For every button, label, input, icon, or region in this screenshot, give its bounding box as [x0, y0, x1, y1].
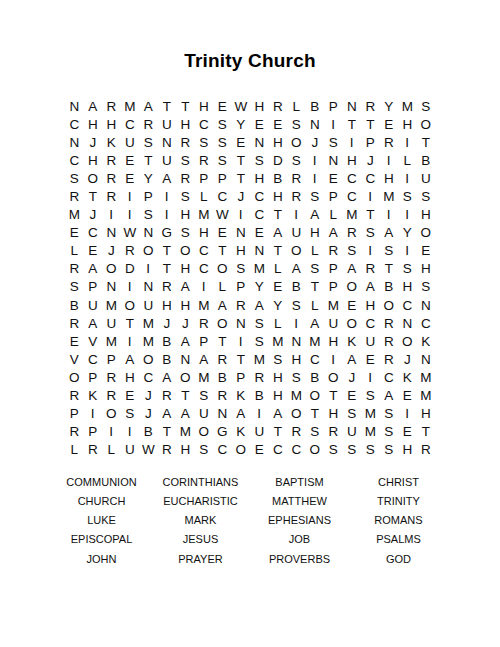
grid-cell-r11c6[interactable]: R	[158, 278, 177, 296]
grid-cell-r13c3[interactable]: U	[102, 314, 121, 332]
grid-cell-r8c10[interactable]: N	[232, 224, 251, 242]
grid-cell-r7c10[interactable]: I	[232, 206, 251, 224]
grid-cell-r9c15[interactable]: R	[324, 242, 343, 260]
grid-cell-r19c2[interactable]: P	[84, 423, 103, 441]
grid-cell-r16c8[interactable]: M	[195, 368, 214, 386]
grid-cell-r3c19[interactable]: I	[398, 133, 417, 151]
grid-cell-r20c2[interactable]: R	[84, 441, 103, 459]
grid-cell-r15c7[interactable]: N	[176, 350, 195, 368]
grid-cell-r10c7[interactable]: H	[176, 260, 195, 278]
grid-cell-r13c19[interactable]: N	[398, 314, 417, 332]
grid-cell-r4c12[interactable]: D	[269, 151, 288, 169]
grid-cell-r18c7[interactable]: A	[176, 405, 195, 423]
grid-cell-r3c11[interactable]: N	[250, 133, 269, 151]
grid-cell-r16c12[interactable]: H	[269, 368, 288, 386]
grid-cell-r9c13[interactable]: O	[287, 242, 306, 260]
grid-cell-r18c20[interactable]: H	[417, 405, 436, 423]
grid-cell-r11c2[interactable]: P	[84, 278, 103, 296]
grid-cell-r16c11[interactable]: R	[250, 368, 269, 386]
grid-cell-r19c5[interactable]: B	[139, 423, 158, 441]
grid-cell-r10c15[interactable]: P	[324, 260, 343, 278]
grid-cell-r17c9[interactable]: R	[213, 387, 232, 405]
grid-cell-r2c17[interactable]: T	[361, 115, 380, 133]
grid-cell-r15c17[interactable]: E	[361, 350, 380, 368]
grid-cell-r20c11[interactable]: E	[250, 441, 269, 459]
grid-cell-r9c14[interactable]: L	[306, 242, 325, 260]
grid-cell-r19c16[interactable]: U	[343, 423, 362, 441]
grid-cell-r1c17[interactable]: R	[361, 97, 380, 115]
grid-cell-r18c17[interactable]: M	[361, 405, 380, 423]
grid-cell-r12c20[interactable]: N	[417, 296, 436, 314]
grid-cell-r6c17[interactable]: I	[361, 187, 380, 205]
grid-cell-r16c19[interactable]: K	[398, 368, 417, 386]
grid-cell-r17c14[interactable]: O	[306, 387, 325, 405]
grid-cell-r7c11[interactable]: C	[250, 206, 269, 224]
grid-cell-r5c18[interactable]: H	[380, 169, 399, 187]
grid-cell-r3c9[interactable]: S	[213, 133, 232, 151]
grid-cell-r5c5[interactable]: Y	[139, 169, 158, 187]
grid-cell-r19c1[interactable]: R	[65, 423, 84, 441]
grid-cell-r9c4[interactable]: R	[121, 242, 140, 260]
grid-cell-r10c4[interactable]: D	[121, 260, 140, 278]
grid-cell-r7c12[interactable]: T	[269, 206, 288, 224]
grid-cell-r17c13[interactable]: M	[287, 387, 306, 405]
grid-cell-r18c2[interactable]: I	[84, 405, 103, 423]
grid-cell-r14c3[interactable]: M	[102, 332, 121, 350]
grid-cell-r3c18[interactable]: R	[380, 133, 399, 151]
grid-cell-r4c9[interactable]: S	[213, 151, 232, 169]
grid-cell-r20c14[interactable]: O	[306, 441, 325, 459]
grid-cell-r4c13[interactable]: S	[287, 151, 306, 169]
grid-cell-r11c11[interactable]: Y	[250, 278, 269, 296]
grid-cell-r3c10[interactable]: E	[232, 133, 251, 151]
grid-cell-r5c10[interactable]: T	[232, 169, 251, 187]
grid-cell-r13c5[interactable]: M	[139, 314, 158, 332]
grid-cell-r8c2[interactable]: C	[84, 224, 103, 242]
grid-cell-r18c18[interactable]: S	[380, 405, 399, 423]
grid-cell-r1c18[interactable]: Y	[380, 97, 399, 115]
grid-cell-r11c1[interactable]: S	[65, 278, 84, 296]
grid-cell-r8c6[interactable]: G	[158, 224, 177, 242]
grid-cell-r14c6[interactable]: B	[158, 332, 177, 350]
grid-cell-r19c20[interactable]: T	[417, 423, 436, 441]
grid-cell-r6c8[interactable]: L	[195, 187, 214, 205]
grid-cell-r6c13[interactable]: R	[287, 187, 306, 205]
grid-cell-r4c4[interactable]: E	[121, 151, 140, 169]
grid-cell-r14c17[interactable]: U	[361, 332, 380, 350]
grid-cell-r2c8[interactable]: C	[195, 115, 214, 133]
grid-cell-r16c9[interactable]: B	[213, 368, 232, 386]
grid-cell-r3c2[interactable]: J	[84, 133, 103, 151]
grid-cell-r3c1[interactable]: N	[65, 133, 84, 151]
grid-cell-r3c12[interactable]: H	[269, 133, 288, 151]
grid-cell-r2c6[interactable]: U	[158, 115, 177, 133]
grid-cell-r12c7[interactable]: H	[176, 296, 195, 314]
grid-cell-r8c5[interactable]: N	[139, 224, 158, 242]
grid-cell-r4c20[interactable]: B	[417, 151, 436, 169]
grid-cell-r5c12[interactable]: B	[269, 169, 288, 187]
grid-cell-r12c13[interactable]: S	[287, 296, 306, 314]
grid-cell-r5c3[interactable]: R	[102, 169, 121, 187]
grid-cell-r8c9[interactable]: E	[213, 224, 232, 242]
grid-cell-r7c14[interactable]: A	[306, 206, 325, 224]
grid-cell-r10c5[interactable]: I	[139, 260, 158, 278]
grid-cell-r14c19[interactable]: O	[398, 332, 417, 350]
grid-cell-r16c5[interactable]: C	[139, 368, 158, 386]
grid-cell-r12c8[interactable]: M	[195, 296, 214, 314]
grid-cell-r12c4[interactable]: O	[121, 296, 140, 314]
grid-cell-r13c1[interactable]: R	[65, 314, 84, 332]
grid-cell-r16c1[interactable]: O	[65, 368, 84, 386]
grid-cell-r20c12[interactable]: C	[269, 441, 288, 459]
grid-cell-r14c7[interactable]: A	[176, 332, 195, 350]
grid-cell-r5c15[interactable]: E	[324, 169, 343, 187]
grid-cell-r5c2[interactable]: O	[84, 169, 103, 187]
grid-cell-r5c17[interactable]: C	[361, 169, 380, 187]
grid-cell-r8c20[interactable]: O	[417, 224, 436, 242]
grid-cell-r7c7[interactable]: H	[176, 206, 195, 224]
grid-cell-r19c11[interactable]: U	[250, 423, 269, 441]
grid-cell-r10c10[interactable]: S	[232, 260, 251, 278]
grid-cell-r10c17[interactable]: R	[361, 260, 380, 278]
grid-cell-r12c12[interactable]: Y	[269, 296, 288, 314]
grid-cell-r17c12[interactable]: H	[269, 387, 288, 405]
grid-cell-r1c5[interactable]: A	[139, 97, 158, 115]
grid-cell-r7c17[interactable]: T	[361, 206, 380, 224]
grid-cell-r20c7[interactable]: H	[176, 441, 195, 459]
grid-cell-r13c16[interactable]: O	[343, 314, 362, 332]
grid-cell-r14c12[interactable]: M	[269, 332, 288, 350]
grid-cell-r14c11[interactable]: S	[250, 332, 269, 350]
grid-cell-r12c19[interactable]: C	[398, 296, 417, 314]
grid-cell-r7c13[interactable]: I	[287, 206, 306, 224]
grid-cell-r9c3[interactable]: J	[102, 242, 121, 260]
grid-cell-r3c4[interactable]: U	[121, 133, 140, 151]
grid-cell-r15c12[interactable]: S	[269, 350, 288, 368]
grid-cell-r16c3[interactable]: R	[102, 368, 121, 386]
grid-cell-r8c18[interactable]: A	[380, 224, 399, 242]
grid-cell-r11c4[interactable]: I	[121, 278, 140, 296]
grid-cell-r7c15[interactable]: L	[324, 206, 343, 224]
grid-cell-r6c10[interactable]: J	[232, 187, 251, 205]
grid-cell-r15c11[interactable]: M	[250, 350, 269, 368]
grid-cell-r20c10[interactable]: O	[232, 441, 251, 459]
grid-cell-r15c8[interactable]: A	[195, 350, 214, 368]
grid-cell-r3c6[interactable]: N	[158, 133, 177, 151]
grid-cell-r6c1[interactable]: R	[65, 187, 84, 205]
grid-cell-r15c4[interactable]: A	[121, 350, 140, 368]
grid-cell-r1c13[interactable]: L	[287, 97, 306, 115]
grid-cell-r9c19[interactable]: I	[398, 242, 417, 260]
grid-cell-r18c12[interactable]: A	[269, 405, 288, 423]
grid-cell-r2c1[interactable]: C	[65, 115, 84, 133]
grid-cell-r3c20[interactable]: T	[417, 133, 436, 151]
grid-cell-r5c9[interactable]: P	[213, 169, 232, 187]
grid-cell-r12c15[interactable]: M	[324, 296, 343, 314]
grid-cell-r4c2[interactable]: H	[84, 151, 103, 169]
grid-cell-r12c1[interactable]: B	[65, 296, 84, 314]
grid-cell-r1c8[interactable]: H	[195, 97, 214, 115]
grid-cell-r14c8[interactable]: P	[195, 332, 214, 350]
grid-cell-r4c16[interactable]: H	[343, 151, 362, 169]
grid-cell-r8c4[interactable]: W	[121, 224, 140, 242]
grid-cell-r15c20[interactable]: N	[417, 350, 436, 368]
grid-cell-r11c15[interactable]: P	[324, 278, 343, 296]
grid-cell-r6c15[interactable]: P	[324, 187, 343, 205]
grid-cell-r5c1[interactable]: S	[65, 169, 84, 187]
grid-cell-r5c6[interactable]: A	[158, 169, 177, 187]
grid-cell-r17c8[interactable]: S	[195, 387, 214, 405]
grid-cell-r10c12[interactable]: L	[269, 260, 288, 278]
grid-cell-r4c10[interactable]: T	[232, 151, 251, 169]
grid-cell-r1c11[interactable]: H	[250, 97, 269, 115]
grid-cell-r14c16[interactable]: K	[343, 332, 362, 350]
grid-cell-r9c7[interactable]: O	[176, 242, 195, 260]
grid-cell-r4c7[interactable]: S	[176, 151, 195, 169]
grid-cell-r2c20[interactable]: O	[417, 115, 436, 133]
grid-cell-r2c3[interactable]: H	[102, 115, 121, 133]
grid-cell-r13c15[interactable]: U	[324, 314, 343, 332]
grid-cell-r1c15[interactable]: P	[324, 97, 343, 115]
grid-cell-r5c8[interactable]: P	[195, 169, 214, 187]
grid-cell-r4c19[interactable]: L	[398, 151, 417, 169]
grid-cell-r9c16[interactable]: S	[343, 242, 362, 260]
grid-cell-r12c6[interactable]: H	[158, 296, 177, 314]
grid-cell-r20c9[interactable]: C	[213, 441, 232, 459]
grid-cell-r9c20[interactable]: E	[417, 242, 436, 260]
grid-cell-r17c17[interactable]: S	[361, 387, 380, 405]
grid-cell-r5c14[interactable]: I	[306, 169, 325, 187]
grid-cell-r18c8[interactable]: U	[195, 405, 214, 423]
grid-cell-r16c17[interactable]: I	[361, 368, 380, 386]
grid-cell-r14c20[interactable]: K	[417, 332, 436, 350]
grid-cell-r12c10[interactable]: R	[232, 296, 251, 314]
grid-cell-r11c5[interactable]: N	[139, 278, 158, 296]
grid-cell-r3c17[interactable]: P	[361, 133, 380, 151]
grid-cell-r19c19[interactable]: E	[398, 423, 417, 441]
grid-cell-r16c14[interactable]: B	[306, 368, 325, 386]
grid-cell-r10c2[interactable]: A	[84, 260, 103, 278]
grid-cell-r17c19[interactable]: E	[398, 387, 417, 405]
grid-cell-r19c9[interactable]: G	[213, 423, 232, 441]
grid-cell-r8c12[interactable]: A	[269, 224, 288, 242]
grid-cell-r14c14[interactable]: M	[306, 332, 325, 350]
grid-cell-r2c14[interactable]: N	[306, 115, 325, 133]
grid-cell-r16c10[interactable]: P	[232, 368, 251, 386]
grid-cell-r16c13[interactable]: S	[287, 368, 306, 386]
grid-cell-r11c8[interactable]: I	[195, 278, 214, 296]
grid-cell-r2c13[interactable]: S	[287, 115, 306, 133]
grid-cell-r19c7[interactable]: M	[176, 423, 195, 441]
grid-cell-r17c10[interactable]: K	[232, 387, 251, 405]
grid-cell-r10c18[interactable]: T	[380, 260, 399, 278]
grid-cell-r3c14[interactable]: J	[306, 133, 325, 151]
grid-cell-r4c8[interactable]: R	[195, 151, 214, 169]
grid-cell-r6c3[interactable]: R	[102, 187, 121, 205]
grid-cell-r7c2[interactable]: J	[84, 206, 103, 224]
grid-cell-r9c8[interactable]: C	[195, 242, 214, 260]
grid-cell-r7c4[interactable]: I	[121, 206, 140, 224]
grid-cell-r20c13[interactable]: C	[287, 441, 306, 459]
grid-cell-r18c5[interactable]: J	[139, 405, 158, 423]
grid-cell-r16c4[interactable]: H	[121, 368, 140, 386]
grid-cell-r16c7[interactable]: O	[176, 368, 195, 386]
grid-cell-r15c6[interactable]: B	[158, 350, 177, 368]
grid-cell-r2c12[interactable]: E	[269, 115, 288, 133]
grid-cell-r11c14[interactable]: T	[306, 278, 325, 296]
grid-cell-r3c3[interactable]: K	[102, 133, 121, 151]
grid-cell-r2c4[interactable]: C	[121, 115, 140, 133]
grid-cell-r11c9[interactable]: L	[213, 278, 232, 296]
grid-cell-r17c20[interactable]: M	[417, 387, 436, 405]
grid-cell-r14c13[interactable]: N	[287, 332, 306, 350]
grid-cell-r2c10[interactable]: Y	[232, 115, 251, 133]
grid-cell-r17c18[interactable]: A	[380, 387, 399, 405]
grid-cell-r11c16[interactable]: O	[343, 278, 362, 296]
grid-cell-r1c6[interactable]: T	[158, 97, 177, 115]
grid-cell-r4c3[interactable]: R	[102, 151, 121, 169]
grid-cell-r14c4[interactable]: I	[121, 332, 140, 350]
grid-cell-r17c4[interactable]: E	[121, 387, 140, 405]
grid-cell-r1c1[interactable]: N	[65, 97, 84, 115]
grid-cell-r20c5[interactable]: W	[139, 441, 158, 459]
grid-cell-r18c16[interactable]: S	[343, 405, 362, 423]
grid-cell-r9c9[interactable]: T	[213, 242, 232, 260]
grid-cell-r4c18[interactable]: I	[380, 151, 399, 169]
grid-cell-r1c4[interactable]: M	[121, 97, 140, 115]
grid-cell-r8c8[interactable]: H	[195, 224, 214, 242]
grid-cell-r9c10[interactable]: H	[232, 242, 251, 260]
grid-cell-r15c15[interactable]: I	[324, 350, 343, 368]
grid-cell-r16c6[interactable]: A	[158, 368, 177, 386]
grid-cell-r13c2[interactable]: A	[84, 314, 103, 332]
grid-cell-r8c17[interactable]: S	[361, 224, 380, 242]
grid-cell-r12c9[interactable]: A	[213, 296, 232, 314]
grid-cell-r12c18[interactable]: O	[380, 296, 399, 314]
grid-cell-r9c2[interactable]: E	[84, 242, 103, 260]
grid-cell-r11c13[interactable]: B	[287, 278, 306, 296]
grid-cell-r13c4[interactable]: T	[121, 314, 140, 332]
grid-cell-r7c9[interactable]: W	[213, 206, 232, 224]
grid-cell-r16c20[interactable]: M	[417, 368, 436, 386]
grid-cell-r6c18[interactable]: M	[380, 187, 399, 205]
grid-cell-r9c6[interactable]: T	[158, 242, 177, 260]
grid-cell-r10c6[interactable]: T	[158, 260, 177, 278]
grid-cell-r18c1[interactable]: P	[65, 405, 84, 423]
grid-cell-r18c10[interactable]: A	[232, 405, 251, 423]
grid-cell-r17c5[interactable]: J	[139, 387, 158, 405]
grid-cell-r11c10[interactable]: P	[232, 278, 251, 296]
grid-cell-r18c4[interactable]: S	[121, 405, 140, 423]
grid-cell-r8c3[interactable]: N	[102, 224, 121, 242]
grid-cell-r20c1[interactable]: L	[65, 441, 84, 459]
grid-cell-r2c5[interactable]: R	[139, 115, 158, 133]
grid-cell-r2c11[interactable]: E	[250, 115, 269, 133]
grid-cell-r11c3[interactable]: N	[102, 278, 121, 296]
grid-cell-r14c10[interactable]: I	[232, 332, 251, 350]
grid-cell-r20c6[interactable]: R	[158, 441, 177, 459]
grid-cell-r4c6[interactable]: U	[158, 151, 177, 169]
grid-cell-r17c16[interactable]: E	[343, 387, 362, 405]
grid-cell-r19c18[interactable]: S	[380, 423, 399, 441]
grid-cell-r8c14[interactable]: H	[306, 224, 325, 242]
grid-cell-r7c20[interactable]: H	[417, 206, 436, 224]
grid-cell-r6c12[interactable]: H	[269, 187, 288, 205]
grid-cell-r1c3[interactable]: R	[102, 97, 121, 115]
grid-cell-r7c1[interactable]: M	[65, 206, 84, 224]
grid-cell-r20c8[interactable]: S	[195, 441, 214, 459]
grid-cell-r7c8[interactable]: M	[195, 206, 214, 224]
grid-cell-r14c1[interactable]: E	[65, 332, 84, 350]
grid-cell-r10c13[interactable]: A	[287, 260, 306, 278]
grid-cell-r18c3[interactable]: O	[102, 405, 121, 423]
grid-cell-r5c20[interactable]: U	[417, 169, 436, 187]
grid-cell-r8c7[interactable]: S	[176, 224, 195, 242]
grid-cell-r6c19[interactable]: S	[398, 187, 417, 205]
grid-cell-r17c6[interactable]: R	[158, 387, 177, 405]
grid-cell-r10c20[interactable]: H	[417, 260, 436, 278]
grid-cell-r7c5[interactable]: S	[139, 206, 158, 224]
grid-cell-r10c19[interactable]: S	[398, 260, 417, 278]
grid-cell-r13c10[interactable]: N	[232, 314, 251, 332]
grid-cell-r13c13[interactable]: I	[287, 314, 306, 332]
grid-cell-r2c15[interactable]: I	[324, 115, 343, 133]
grid-cell-r1c14[interactable]: B	[306, 97, 325, 115]
grid-cell-r10c11[interactable]: M	[250, 260, 269, 278]
grid-cell-r11c20[interactable]: S	[417, 278, 436, 296]
grid-cell-r20c4[interactable]: U	[121, 441, 140, 459]
grid-cell-r1c2[interactable]: A	[84, 97, 103, 115]
grid-cell-r19c12[interactable]: T	[269, 423, 288, 441]
grid-cell-r16c15[interactable]: O	[324, 368, 343, 386]
grid-cell-r11c17[interactable]: A	[361, 278, 380, 296]
grid-cell-r18c13[interactable]: O	[287, 405, 306, 423]
grid-cell-r2c16[interactable]: T	[343, 115, 362, 133]
grid-cell-r13c7[interactable]: J	[176, 314, 195, 332]
grid-cell-r6c20[interactable]: S	[417, 187, 436, 205]
grid-cell-r12c14[interactable]: L	[306, 296, 325, 314]
grid-cell-r7c18[interactable]: I	[380, 206, 399, 224]
grid-cell-r13c20[interactable]: C	[417, 314, 436, 332]
grid-cell-r16c16[interactable]: J	[343, 368, 362, 386]
grid-cell-r11c19[interactable]: H	[398, 278, 417, 296]
grid-cell-r19c13[interactable]: R	[287, 423, 306, 441]
grid-cell-r12c5[interactable]: U	[139, 296, 158, 314]
grid-cell-r6c6[interactable]: I	[158, 187, 177, 205]
grid-cell-r19c14[interactable]: S	[306, 423, 325, 441]
grid-cell-r10c8[interactable]: C	[195, 260, 214, 278]
grid-cell-r15c18[interactable]: R	[380, 350, 399, 368]
grid-cell-r9c18[interactable]: S	[380, 242, 399, 260]
grid-cell-r12c11[interactable]: A	[250, 296, 269, 314]
grid-cell-r15c5[interactable]: O	[139, 350, 158, 368]
grid-cell-r3c7[interactable]: R	[176, 133, 195, 151]
grid-cell-r18c6[interactable]: A	[158, 405, 177, 423]
grid-cell-r20c19[interactable]: H	[398, 441, 417, 459]
grid-cell-r14c5[interactable]: M	[139, 332, 158, 350]
grid-cell-r20c3[interactable]: L	[102, 441, 121, 459]
grid-cell-r3c15[interactable]: S	[324, 133, 343, 151]
grid-cell-r4c17[interactable]: J	[361, 151, 380, 169]
grid-cell-r20c16[interactable]: S	[343, 441, 362, 459]
grid-cell-r11c12[interactable]: E	[269, 278, 288, 296]
grid-cell-r1c19[interactable]: M	[398, 97, 417, 115]
grid-cell-r6c14[interactable]: S	[306, 187, 325, 205]
grid-cell-r15c19[interactable]: J	[398, 350, 417, 368]
grid-cell-r18c11[interactable]: I	[250, 405, 269, 423]
grid-cell-r5c16[interactable]: C	[343, 169, 362, 187]
grid-cell-r2c9[interactable]: S	[213, 115, 232, 133]
